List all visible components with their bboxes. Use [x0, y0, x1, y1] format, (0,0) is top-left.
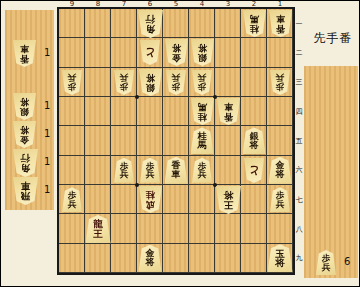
board-cell[interactable]	[111, 244, 137, 273]
board-cell[interactable]	[215, 68, 241, 97]
board-cell[interactable]	[59, 9, 85, 38]
shogi-piece-gote-角行[interactable]: 角行	[13, 149, 38, 177]
board-cell[interactable]	[241, 214, 267, 243]
board-cell[interactable]	[85, 185, 111, 214]
board-cell[interactable]	[267, 126, 293, 155]
board-cell[interactable]	[85, 244, 111, 273]
board-cell[interactable]	[59, 156, 85, 185]
board-cell[interactable]	[59, 38, 85, 67]
board-cell[interactable]	[85, 156, 111, 185]
shogi-piece-gote-金将[interactable]: 金将	[13, 121, 36, 148]
board-cell[interactable]	[189, 214, 215, 243]
shogi-piece-gote-香車[interactable]: 香車	[13, 40, 36, 67]
board-cell[interactable]	[163, 185, 189, 214]
star-point	[135, 183, 139, 187]
rank-label: 八	[294, 214, 304, 243]
board-cell[interactable]	[59, 97, 85, 126]
shogi-piece-sente-桂馬[interactable]: 桂馬	[191, 127, 214, 154]
board-cell[interactable]	[215, 156, 241, 185]
rank-label: 四	[294, 97, 304, 126]
shogi-piece-sente-金将[interactable]: 金将	[269, 157, 292, 184]
board-cell[interactable]	[85, 68, 111, 97]
rank-label: 五	[294, 126, 304, 155]
board-cell[interactable]	[267, 214, 293, 243]
board-cell[interactable]	[163, 244, 189, 273]
shogi-piece-sente-歩兵[interactable]: 歩兵	[270, 187, 290, 212]
board-cell[interactable]	[137, 97, 163, 126]
board-cell[interactable]	[85, 38, 111, 67]
rank-label: 九	[294, 244, 304, 273]
gote-hand-count: 1	[44, 47, 50, 58]
shogi-piece-sente-香車[interactable]: 香車	[165, 157, 188, 184]
board-cell[interactable]	[85, 9, 111, 38]
rank-labels: 一二三四五六七八九	[294, 9, 304, 273]
gote-hand-count: 1	[44, 184, 50, 195]
turn-indicator: 先手番	[306, 30, 360, 47]
board-cell[interactable]	[59, 214, 85, 243]
board-cell[interactable]	[241, 68, 267, 97]
gote-hand-count: 1	[44, 156, 50, 167]
board-cell[interactable]	[189, 244, 215, 273]
star-point	[135, 95, 139, 99]
board-cell[interactable]	[189, 185, 215, 214]
shogi-piece-sente-玉将[interactable]: 玉将	[268, 244, 293, 272]
board-cell[interactable]	[241, 244, 267, 273]
rank-label: 三	[294, 68, 304, 97]
board-cell[interactable]	[163, 97, 189, 126]
shogi-piece-sente-歩兵[interactable]: 歩兵	[192, 158, 212, 183]
board-cell[interactable]	[163, 214, 189, 243]
shogi-piece-gote-と[interactable]: と	[244, 158, 264, 183]
shogi-piece-gote-歩兵[interactable]: 歩兵	[114, 70, 134, 95]
board-cell[interactable]	[163, 9, 189, 38]
board-cell[interactable]	[267, 38, 293, 67]
rank-label: 七	[294, 185, 304, 214]
shogi-piece-sente-歩兵[interactable]: 歩兵	[114, 158, 134, 183]
board-cell[interactable]	[111, 214, 137, 243]
shogi-piece-sente-歩兵[interactable]: 歩兵	[140, 158, 160, 183]
board-cell[interactable]	[137, 214, 163, 243]
sente-captured-stand	[304, 66, 358, 278]
board-cell[interactable]	[111, 97, 137, 126]
shogi-piece-sente-龍王[interactable]: 龍王	[86, 215, 111, 243]
board-cell[interactable]	[241, 38, 267, 67]
board-cell[interactable]	[241, 185, 267, 214]
board-cell[interactable]	[59, 126, 85, 155]
board-cell[interactable]	[215, 9, 241, 38]
board-cell[interactable]	[189, 9, 215, 38]
shogi-piece-gote-歩兵[interactable]: 歩兵	[166, 70, 186, 95]
board-cell[interactable]	[241, 97, 267, 126]
shogi-piece-gote-歩兵[interactable]: 歩兵	[192, 70, 212, 95]
gote-hand-count: 1	[44, 100, 50, 111]
rank-label: 六	[294, 156, 304, 185]
shogi-app-window: 987654321 一二三四五六七八九 先手番 角行桂馬香車と金将銀将歩兵歩兵銀…	[0, 0, 360, 287]
board-cell[interactable]	[111, 185, 137, 214]
shogi-piece-sente-金将[interactable]: 金将	[139, 245, 162, 272]
board-cell[interactable]	[215, 214, 241, 243]
board-cell[interactable]	[111, 38, 137, 67]
board-cell[interactable]	[215, 38, 241, 67]
rank-label: 二	[294, 38, 304, 67]
board-cell[interactable]	[85, 97, 111, 126]
shogi-piece-sente-歩兵[interactable]: 歩兵	[62, 187, 82, 212]
shogi-piece-sente-銀将[interactable]: 銀将	[243, 127, 266, 154]
board-cell[interactable]	[85, 126, 111, 155]
shogi-piece-gote-歩兵[interactable]: 歩兵	[270, 70, 290, 95]
board-cell[interactable]	[137, 126, 163, 155]
shogi-piece-gote-飛車[interactable]: 飛車	[13, 177, 38, 205]
board-cell[interactable]	[215, 126, 241, 155]
rank-label: 一	[294, 9, 304, 38]
sente-hand-count: 6	[344, 256, 350, 267]
board-cell[interactable]	[111, 9, 137, 38]
board-cell[interactable]	[215, 244, 241, 273]
shogi-piece-gote-銀将[interactable]: 銀将	[13, 93, 36, 120]
board-cell[interactable]	[59, 244, 85, 273]
board-cell[interactable]	[111, 126, 137, 155]
shogi-piece-gote-歩兵[interactable]: 歩兵	[62, 70, 82, 95]
gote-hand-count: 1	[44, 128, 50, 139]
board-cell[interactable]	[163, 126, 189, 155]
shogi-piece-sente-歩兵[interactable]: 歩兵	[316, 250, 336, 275]
board-cell[interactable]	[267, 97, 293, 126]
